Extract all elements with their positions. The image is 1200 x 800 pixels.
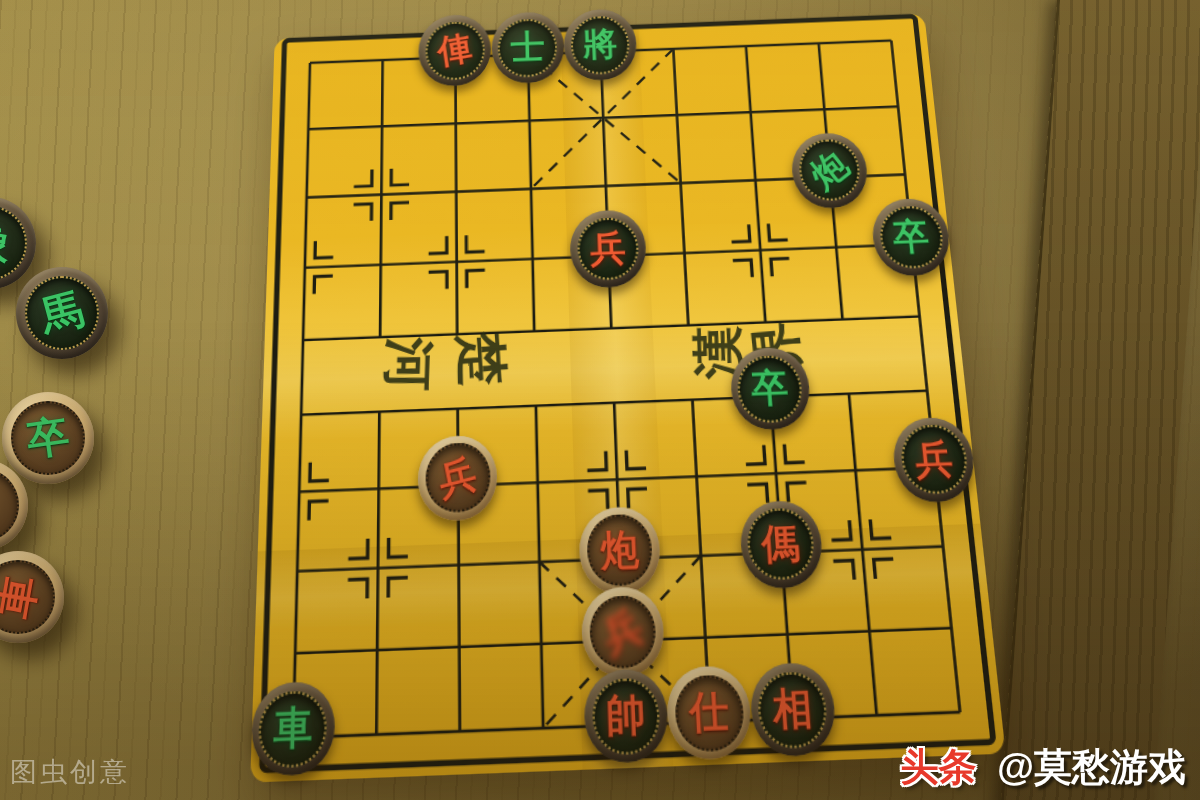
- watermark-tuchong: 图虫创意: [10, 754, 130, 790]
- captured-piece-tray: 象馬卒車: [0, 0, 1200, 800]
- toutiao-brand: 头条: [900, 746, 976, 788]
- piece-face: [0, 468, 19, 542]
- piece-black-elephant[interactable]: 象: [0, 197, 36, 289]
- toutiao-handle: @莫愁游戏: [997, 746, 1186, 788]
- piece-face: 象: [0, 206, 27, 280]
- piece-glyph: 卒: [24, 414, 71, 461]
- piece-black-soldier[interactable]: 卒: [2, 392, 94, 484]
- piece-black-horse[interactable]: 馬: [16, 267, 108, 359]
- piece-face: 車: [0, 560, 55, 634]
- piece-red-chariot[interactable]: 車: [0, 551, 64, 643]
- piece-glyph: 馬: [36, 287, 87, 338]
- piece-glyph: 象: [0, 219, 14, 268]
- piece-glyph: 車: [0, 573, 42, 622]
- watermark-toutiao: 头条 @莫愁游戏: [900, 742, 1186, 793]
- piece-face: 馬: [25, 276, 99, 350]
- piece-face: 卒: [11, 401, 85, 475]
